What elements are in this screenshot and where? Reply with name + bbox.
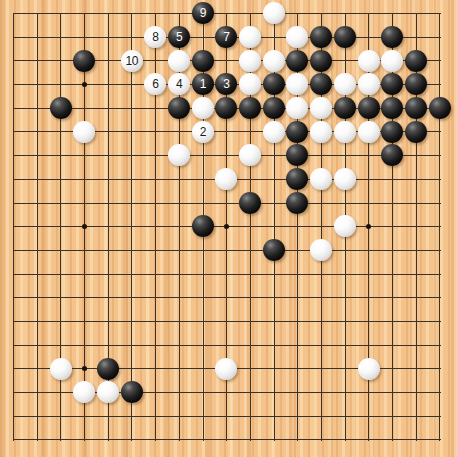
white-stone bbox=[334, 168, 356, 190]
black-stone bbox=[381, 26, 403, 48]
white-stone bbox=[215, 168, 237, 190]
white-stone bbox=[358, 121, 380, 143]
white-stone bbox=[239, 26, 261, 48]
black-stone: 5 bbox=[168, 26, 190, 48]
move-number-label: 9 bbox=[200, 7, 206, 19]
black-stone bbox=[405, 97, 427, 119]
move-number-label: 1 bbox=[200, 78, 206, 90]
white-stone bbox=[358, 50, 380, 72]
move-number-label: 2 bbox=[200, 126, 206, 138]
white-stone bbox=[310, 168, 332, 190]
black-stone bbox=[286, 144, 308, 166]
white-stone bbox=[381, 50, 403, 72]
black-stone bbox=[239, 97, 261, 119]
white-stone bbox=[334, 73, 356, 95]
black-stone bbox=[286, 192, 308, 214]
black-stone bbox=[192, 215, 214, 237]
white-stone bbox=[73, 381, 95, 403]
black-stone bbox=[192, 50, 214, 72]
black-stone bbox=[405, 73, 427, 95]
star-point bbox=[224, 224, 229, 229]
black-stone bbox=[405, 50, 427, 72]
white-stone bbox=[263, 2, 285, 24]
white-stone bbox=[168, 144, 190, 166]
star-point bbox=[82, 82, 87, 87]
black-stone bbox=[286, 121, 308, 143]
black-stone bbox=[381, 73, 403, 95]
black-stone bbox=[50, 97, 72, 119]
black-stone bbox=[429, 97, 451, 119]
white-stone bbox=[310, 239, 332, 261]
move-number-label: 3 bbox=[223, 78, 229, 90]
white-stone bbox=[263, 121, 285, 143]
black-stone bbox=[381, 121, 403, 143]
black-stone bbox=[334, 26, 356, 48]
white-stone: 6 bbox=[144, 73, 166, 95]
black-stone bbox=[263, 239, 285, 261]
black-stone bbox=[334, 97, 356, 119]
black-stone: 3 bbox=[215, 73, 237, 95]
black-stone: 9 bbox=[192, 2, 214, 24]
black-stone bbox=[310, 73, 332, 95]
move-number-label: 8 bbox=[152, 31, 158, 43]
white-stone bbox=[334, 215, 356, 237]
black-stone bbox=[405, 121, 427, 143]
move-number-label: 10 bbox=[125, 55, 137, 67]
white-stone bbox=[239, 144, 261, 166]
black-stone bbox=[286, 168, 308, 190]
black-stone bbox=[381, 144, 403, 166]
white-stone: 8 bbox=[144, 26, 166, 48]
white-stone bbox=[239, 73, 261, 95]
go-board[interactable]: 98571064132 bbox=[0, 0, 457, 457]
star-point bbox=[82, 224, 87, 229]
white-stone: 2 bbox=[192, 121, 214, 143]
move-number-label: 7 bbox=[223, 31, 229, 43]
white-stone bbox=[97, 381, 119, 403]
black-stone bbox=[263, 97, 285, 119]
white-stone bbox=[334, 121, 356, 143]
black-stone bbox=[215, 97, 237, 119]
white-stone bbox=[239, 50, 261, 72]
black-stone bbox=[286, 50, 308, 72]
black-stone bbox=[310, 50, 332, 72]
black-stone: 1 bbox=[192, 73, 214, 95]
black-stone bbox=[168, 97, 190, 119]
black-stone bbox=[263, 73, 285, 95]
star-point bbox=[82, 366, 87, 371]
white-stone bbox=[286, 73, 308, 95]
white-stone bbox=[215, 358, 237, 380]
white-stone bbox=[168, 50, 190, 72]
white-stone bbox=[192, 97, 214, 119]
black-stone bbox=[121, 381, 143, 403]
white-stone bbox=[263, 50, 285, 72]
white-stone bbox=[358, 73, 380, 95]
white-stone bbox=[310, 97, 332, 119]
black-stone bbox=[310, 26, 332, 48]
black-stone bbox=[358, 97, 380, 119]
star-point bbox=[366, 224, 371, 229]
move-number-label: 4 bbox=[176, 78, 182, 90]
move-number-label: 5 bbox=[176, 31, 182, 43]
move-number-label: 6 bbox=[152, 78, 158, 90]
white-stone bbox=[50, 358, 72, 380]
black-stone: 7 bbox=[215, 26, 237, 48]
white-stone bbox=[286, 97, 308, 119]
white-stone bbox=[286, 26, 308, 48]
white-stone bbox=[310, 121, 332, 143]
black-stone bbox=[73, 50, 95, 72]
white-stone bbox=[358, 358, 380, 380]
black-stone bbox=[239, 192, 261, 214]
white-stone bbox=[73, 121, 95, 143]
white-stone: 10 bbox=[121, 50, 143, 72]
black-stone bbox=[97, 358, 119, 380]
black-stone bbox=[381, 97, 403, 119]
white-stone: 4 bbox=[168, 73, 190, 95]
